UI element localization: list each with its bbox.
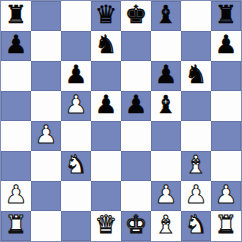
white-pawn[interactable]: ♟ [155, 180, 177, 210]
square-h5[interactable] [211, 91, 241, 121]
square-d8[interactable]: ♛ [91, 1, 121, 31]
black-rook[interactable]: ♜ [215, 0, 237, 30]
square-d2[interactable] [91, 181, 121, 211]
square-d1[interactable]: ♛ [91, 211, 121, 241]
square-a8[interactable]: ♜ [1, 1, 31, 31]
square-e2[interactable] [121, 181, 151, 211]
square-a7[interactable]: ♟ [1, 31, 31, 61]
black-rook[interactable]: ♜ [5, 0, 27, 30]
black-knight[interactable]: ♞ [95, 30, 117, 60]
square-g3[interactable]: ♝ [181, 151, 211, 181]
square-g4[interactable] [181, 121, 211, 151]
square-h3[interactable] [211, 151, 241, 181]
square-g6[interactable]: ♞ [181, 61, 211, 91]
white-rook[interactable]: ♜ [5, 210, 27, 240]
square-d6[interactable] [91, 61, 121, 91]
chess-board: ♜♛♚♝♜♟♞♟♟♟♞♟♟♟♝♟♞♝♟♟♟♟♜♛♚♝♞♜ [1, 1, 241, 241]
white-pawn[interactable]: ♟ [215, 180, 237, 210]
square-f2[interactable]: ♟ [151, 181, 181, 211]
square-c2[interactable] [61, 181, 91, 211]
black-queen[interactable]: ♛ [95, 0, 117, 30]
square-g2[interactable]: ♟ [181, 181, 211, 211]
square-e5[interactable]: ♟ [121, 91, 151, 121]
white-knight[interactable]: ♞ [65, 150, 87, 180]
white-queen[interactable]: ♛ [95, 210, 117, 240]
black-pawn[interactable]: ♟ [95, 90, 117, 120]
black-bishop[interactable]: ♝ [155, 90, 177, 120]
white-pawn[interactable]: ♟ [65, 90, 87, 120]
white-rook[interactable]: ♜ [215, 210, 237, 240]
square-g8[interactable] [181, 1, 211, 31]
white-knight[interactable]: ♞ [185, 210, 207, 240]
square-f3[interactable] [151, 151, 181, 181]
white-pawn[interactable]: ♟ [185, 180, 207, 210]
square-e7[interactable] [121, 31, 151, 61]
square-e1[interactable]: ♚ [121, 211, 151, 241]
square-h2[interactable]: ♟ [211, 181, 241, 211]
black-pawn[interactable]: ♟ [65, 60, 87, 90]
square-b3[interactable] [31, 151, 61, 181]
square-f5[interactable]: ♝ [151, 91, 181, 121]
square-b4[interactable]: ♟ [31, 121, 61, 151]
square-a1[interactable]: ♜ [1, 211, 31, 241]
square-d3[interactable] [91, 151, 121, 181]
square-c3[interactable]: ♞ [61, 151, 91, 181]
square-d7[interactable]: ♞ [91, 31, 121, 61]
square-f6[interactable]: ♟ [151, 61, 181, 91]
square-d5[interactable]: ♟ [91, 91, 121, 121]
black-pawn[interactable]: ♟ [155, 60, 177, 90]
square-b1[interactable] [31, 211, 61, 241]
square-b2[interactable] [31, 181, 61, 211]
square-f8[interactable]: ♝ [151, 1, 181, 31]
black-pawn[interactable]: ♟ [215, 30, 237, 60]
white-king[interactable]: ♚ [125, 210, 147, 240]
square-b6[interactable] [31, 61, 61, 91]
square-f1[interactable]: ♝ [151, 211, 181, 241]
square-b8[interactable] [31, 1, 61, 31]
white-bishop[interactable]: ♝ [155, 210, 177, 240]
black-pawn[interactable]: ♟ [125, 90, 147, 120]
square-h7[interactable]: ♟ [211, 31, 241, 61]
square-e3[interactable] [121, 151, 151, 181]
square-h8[interactable]: ♜ [211, 1, 241, 31]
square-h1[interactable]: ♜ [211, 211, 241, 241]
white-pawn[interactable]: ♟ [35, 120, 57, 150]
square-b5[interactable] [31, 91, 61, 121]
black-bishop[interactable]: ♝ [155, 0, 177, 30]
square-f4[interactable] [151, 121, 181, 151]
square-g7[interactable] [181, 31, 211, 61]
square-a4[interactable] [1, 121, 31, 151]
square-c7[interactable] [61, 31, 91, 61]
black-pawn[interactable]: ♟ [5, 30, 27, 60]
square-a2[interactable]: ♟ [1, 181, 31, 211]
square-h4[interactable] [211, 121, 241, 151]
black-knight[interactable]: ♞ [185, 60, 207, 90]
square-c4[interactable] [61, 121, 91, 151]
square-c6[interactable]: ♟ [61, 61, 91, 91]
square-d4[interactable] [91, 121, 121, 151]
square-c1[interactable] [61, 211, 91, 241]
square-c8[interactable] [61, 1, 91, 31]
board-frame: ♜♛♚♝♜♟♞♟♟♟♞♟♟♟♝♟♞♝♟♟♟♟♜♛♚♝♞♜ [0, 0, 242, 242]
white-pawn[interactable]: ♟ [5, 180, 27, 210]
square-g1[interactable]: ♞ [181, 211, 211, 241]
square-e8[interactable]: ♚ [121, 1, 151, 31]
square-a5[interactable] [1, 91, 31, 121]
square-a3[interactable] [1, 151, 31, 181]
white-bishop[interactable]: ♝ [185, 150, 207, 180]
square-a6[interactable] [1, 61, 31, 91]
black-king[interactable]: ♚ [125, 0, 147, 30]
square-e6[interactable] [121, 61, 151, 91]
square-e4[interactable] [121, 121, 151, 151]
square-f7[interactable] [151, 31, 181, 61]
square-h6[interactable] [211, 61, 241, 91]
square-c5[interactable]: ♟ [61, 91, 91, 121]
square-g5[interactable] [181, 91, 211, 121]
square-b7[interactable] [31, 31, 61, 61]
